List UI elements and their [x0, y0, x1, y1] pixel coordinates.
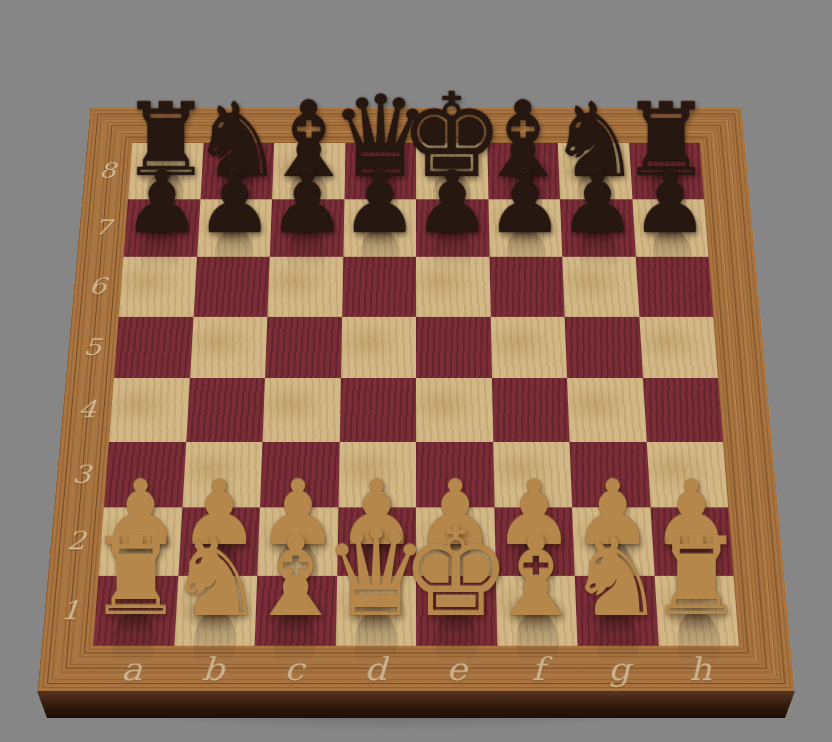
piece-black-pawn-d7[interactable]: ♟ — [341, 159, 418, 245]
piece-black-pawn-b7[interactable]: ♟ — [196, 159, 273, 245]
piece-black-pawn-g7[interactable]: ♟ — [559, 159, 636, 245]
pieces-layer: ♜♞♝♛♚♝♞♜♟♟♟♟♟♟♟♟♟♟♟♟♟♟♟♟♜♞♝♛♚♝♞♜ — [0, 0, 832, 742]
chess-app-scene: 87654321 abcdefgh ♜♞♝♛♚♝♞♜♟♟♟♟♟♟♟♟♟♟♟♟♟♟… — [0, 0, 832, 742]
piece-black-pawn-h7[interactable]: ♟ — [631, 159, 708, 245]
piece-black-pawn-f7[interactable]: ♟ — [486, 159, 563, 245]
piece-black-pawn-e7[interactable]: ♟ — [414, 159, 491, 245]
piece-black-pawn-a7[interactable]: ♟ — [123, 159, 200, 245]
piece-white-rook-h1[interactable]: ♜ — [648, 525, 744, 632]
piece-black-pawn-c7[interactable]: ♟ — [268, 159, 345, 245]
